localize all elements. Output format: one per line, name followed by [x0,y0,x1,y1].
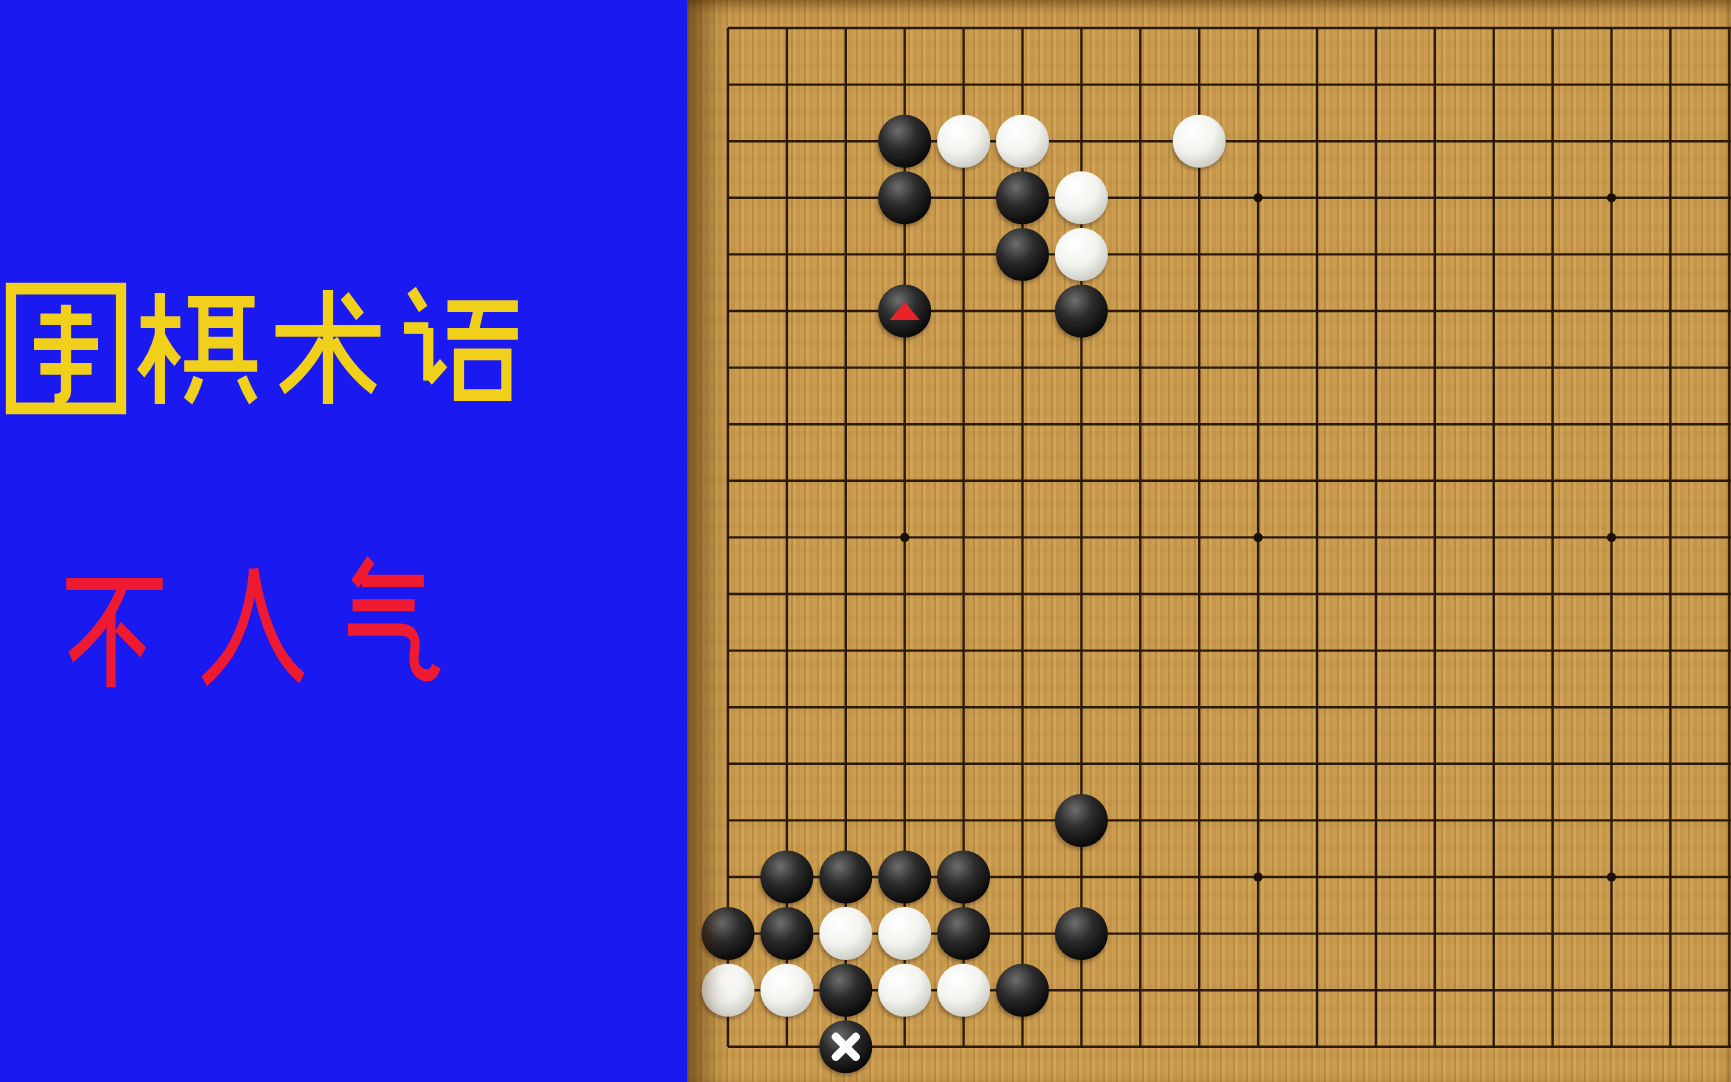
stone-black [996,964,1049,1017]
stone-black [937,907,990,960]
left-panel: 围棋术语 不入气 [0,0,687,1082]
stone-black [996,171,1049,224]
stone-white [819,907,872,960]
stone-white [878,964,931,1017]
star-point [1607,872,1616,881]
subtitle-glyph-1 [57,549,172,701]
stone-white [878,907,931,960]
star-point [1254,193,1263,202]
hanzi-stroke-art [333,549,448,701]
hanzi-stroke-art [195,549,310,701]
stone-black [819,851,872,904]
subtitle-glyph-2 [195,549,310,701]
stone-white [760,964,813,1017]
stone-white [937,115,990,168]
stone-black [1055,285,1108,338]
panel-subtitle-text: 不入气 [0,0,1,1]
stone-white [1055,171,1108,224]
star-point [900,533,909,542]
title-glyph-2 [133,274,261,420]
slide: 围棋术语 不入气 [0,0,1731,1082]
stone-black [878,115,931,168]
star-point [1254,872,1263,881]
star-point [1254,533,1263,542]
stone-black [878,851,931,904]
stone-black [702,907,755,960]
stone-black [760,851,813,904]
grid-lines [728,28,1731,1047]
go-board [687,0,1731,1082]
stone-black [819,964,872,1017]
star-point [1607,193,1616,202]
stone-black [937,851,990,904]
stone-black [1055,794,1108,847]
title-glyph-3 [264,274,392,420]
title-glyph-1 [2,274,130,420]
stone-black [760,907,813,960]
stone-black [1055,907,1108,960]
stone-white [937,964,990,1017]
stone-black [878,171,931,224]
stone-white [702,964,755,1017]
subtitle-glyph-3 [333,549,448,701]
stone-white [996,115,1049,168]
goban-svg [687,0,1731,1082]
hanzi-stroke-art [264,274,392,420]
stone-black [996,228,1049,281]
hanzi-stroke-art [57,549,172,701]
star-point [1607,533,1616,542]
title-glyph-4 [395,274,523,420]
hanzi-stroke-art [133,274,261,420]
stone-white [1173,115,1226,168]
hanzi-stroke-art [395,274,523,420]
panel-title-text: 围棋术语 [0,0,1,1]
stone-white [1055,228,1108,281]
hanzi-stroke-art [2,274,130,420]
